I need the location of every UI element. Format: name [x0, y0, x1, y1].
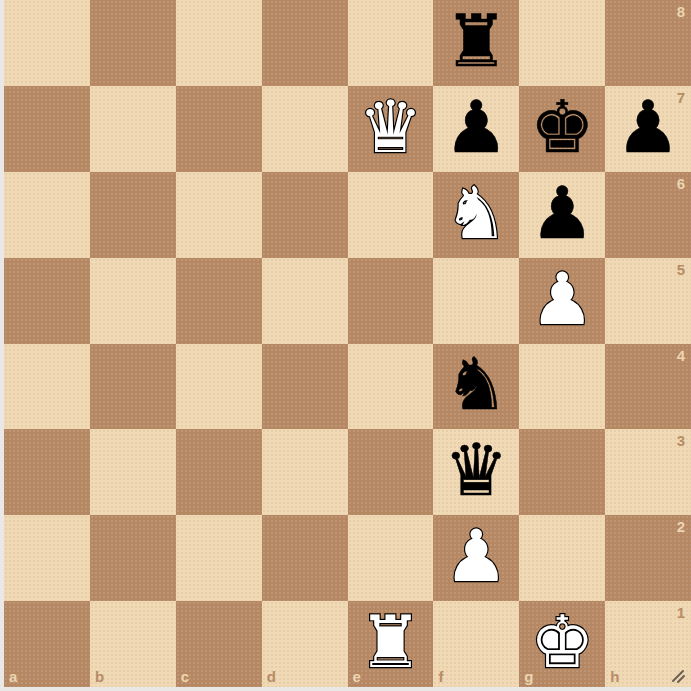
- square-e2[interactable]: [348, 515, 434, 601]
- square-f3[interactable]: ♛: [433, 429, 519, 515]
- file-label-a: a: [9, 669, 17, 684]
- black-queen[interactable]: ♛: [444, 434, 509, 506]
- square-a4[interactable]: [4, 344, 90, 430]
- square-g7[interactable]: ♚: [519, 86, 605, 172]
- square-b1[interactable]: b: [90, 601, 176, 687]
- square-a5[interactable]: [4, 258, 90, 344]
- file-label-d: d: [267, 669, 276, 684]
- square-f7[interactable]: ♟: [433, 86, 519, 172]
- rank-label-8: 8: [677, 4, 685, 19]
- square-c3[interactable]: [176, 429, 262, 515]
- file-label-c: c: [181, 669, 189, 684]
- square-g1[interactable]: g♚: [519, 601, 605, 687]
- black-king[interactable]: ♚: [530, 91, 595, 163]
- square-g6[interactable]: ♟: [519, 172, 605, 258]
- square-d7[interactable]: [262, 86, 348, 172]
- square-e6[interactable]: [348, 172, 434, 258]
- rank-label-5: 5: [677, 262, 685, 277]
- square-f8[interactable]: ♜: [433, 0, 519, 86]
- square-f1[interactable]: f: [433, 601, 519, 687]
- square-d6[interactable]: [262, 172, 348, 258]
- square-b2[interactable]: [90, 515, 176, 601]
- chess-board: ♜8♛♟♚7♟♞♟6♟5♞4♛3♟2abcde♜fg♚1h: [4, 0, 691, 687]
- square-e5[interactable]: [348, 258, 434, 344]
- white-king[interactable]: ♚: [530, 606, 595, 678]
- rank-label-2: 2: [677, 519, 685, 534]
- rank-label-4: 4: [677, 348, 685, 363]
- file-label-f: f: [438, 669, 443, 684]
- square-a3[interactable]: [4, 429, 90, 515]
- square-h5[interactable]: 5: [605, 258, 691, 344]
- square-c1[interactable]: c: [176, 601, 262, 687]
- square-g5[interactable]: ♟: [519, 258, 605, 344]
- black-pawn[interactable]: ♟: [444, 91, 509, 163]
- square-g4[interactable]: [519, 344, 605, 430]
- square-c7[interactable]: [176, 86, 262, 172]
- square-h2[interactable]: 2: [605, 515, 691, 601]
- white-pawn[interactable]: ♟: [530, 263, 595, 335]
- white-queen[interactable]: ♛: [358, 91, 423, 163]
- square-c5[interactable]: [176, 258, 262, 344]
- square-h3[interactable]: 3: [605, 429, 691, 515]
- square-h7[interactable]: 7♟: [605, 86, 691, 172]
- square-a2[interactable]: [4, 515, 90, 601]
- square-b6[interactable]: [90, 172, 176, 258]
- square-g3[interactable]: [519, 429, 605, 515]
- page-background: ♜8♛♟♚7♟♞♟6♟5♞4♛3♟2abcde♜fg♚1h: [0, 0, 691, 691]
- square-e1[interactable]: e♜: [348, 601, 434, 687]
- square-h4[interactable]: 4: [605, 344, 691, 430]
- square-d4[interactable]: [262, 344, 348, 430]
- square-a7[interactable]: [4, 86, 90, 172]
- square-a6[interactable]: [4, 172, 90, 258]
- square-d3[interactable]: [262, 429, 348, 515]
- square-d2[interactable]: [262, 515, 348, 601]
- square-h8[interactable]: 8: [605, 0, 691, 86]
- rank-label-3: 3: [677, 433, 685, 448]
- square-g8[interactable]: [519, 0, 605, 86]
- square-f2[interactable]: ♟: [433, 515, 519, 601]
- white-pawn[interactable]: ♟: [444, 520, 509, 592]
- white-knight[interactable]: ♞: [444, 177, 509, 249]
- square-c2[interactable]: [176, 515, 262, 601]
- square-h6[interactable]: 6: [605, 172, 691, 258]
- black-rook[interactable]: ♜: [444, 5, 509, 77]
- square-d5[interactable]: [262, 258, 348, 344]
- rank-label-6: 6: [677, 176, 685, 191]
- file-label-h: h: [610, 669, 619, 684]
- square-e3[interactable]: [348, 429, 434, 515]
- rank-label-1: 1: [677, 605, 685, 620]
- square-e7[interactable]: ♛: [348, 86, 434, 172]
- square-d8[interactable]: [262, 0, 348, 86]
- square-e4[interactable]: [348, 344, 434, 430]
- square-e8[interactable]: [348, 0, 434, 86]
- square-g2[interactable]: [519, 515, 605, 601]
- black-knight[interactable]: ♞: [444, 348, 509, 420]
- white-rook[interactable]: ♜: [358, 606, 423, 678]
- black-pawn[interactable]: ♟: [530, 177, 595, 249]
- square-d1[interactable]: d: [262, 601, 348, 687]
- square-b5[interactable]: [90, 258, 176, 344]
- square-f6[interactable]: ♞: [433, 172, 519, 258]
- black-pawn[interactable]: ♟: [616, 91, 681, 163]
- square-a8[interactable]: [4, 0, 90, 86]
- square-f4[interactable]: ♞: [433, 344, 519, 430]
- file-label-b: b: [95, 669, 104, 684]
- square-b4[interactable]: [90, 344, 176, 430]
- square-b3[interactable]: [90, 429, 176, 515]
- board-resize-handle-icon[interactable]: [670, 668, 686, 684]
- square-c8[interactable]: [176, 0, 262, 86]
- square-b8[interactable]: [90, 0, 176, 86]
- square-a1[interactable]: a: [4, 601, 90, 687]
- square-b7[interactable]: [90, 86, 176, 172]
- square-f5[interactable]: [433, 258, 519, 344]
- square-c6[interactable]: [176, 172, 262, 258]
- square-c4[interactable]: [176, 344, 262, 430]
